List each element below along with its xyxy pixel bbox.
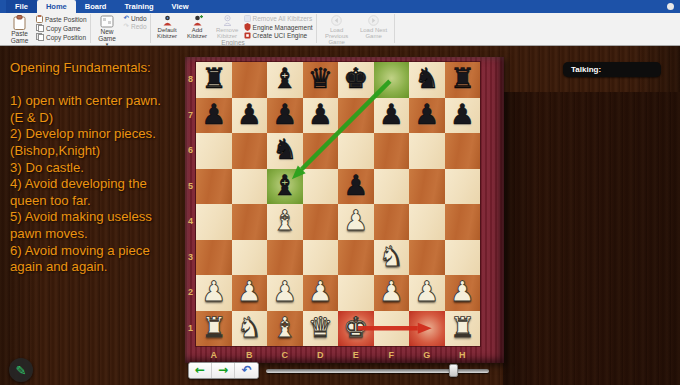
square-b3[interactable] — [232, 240, 268, 276]
square-h6[interactable] — [445, 133, 481, 169]
square-g5[interactable] — [409, 169, 445, 205]
copy-position-icon — [36, 33, 44, 41]
chess-training-app: File Home Board Training View Paste Game — [0, 0, 680, 385]
add-kibitzer-icon — [192, 15, 203, 26]
square-h8[interactable]: ♜ — [445, 62, 481, 98]
chess-board-frame: ♜♝♛♚♞♜♟♟♟♟♟♟♟♞♝♟♝♟♞♟♟♟♟♟♟♟♜♞♝♛♚♜ 8765432… — [185, 57, 504, 363]
square-e3[interactable] — [338, 240, 374, 276]
file-label-a: A — [196, 348, 232, 362]
square-f7[interactable]: ♟ — [374, 98, 410, 134]
black-queen: ♛ — [303, 62, 339, 98]
square-b4[interactable] — [232, 204, 268, 240]
rank-label-7: 7 — [185, 98, 196, 134]
tab-view[interactable]: View — [163, 0, 198, 13]
square-a2[interactable]: ♟ — [196, 275, 232, 311]
white-pawn: ♟ — [267, 275, 303, 311]
ribbon-body: Paste Game Paste Position Copy Game — [0, 13, 680, 45]
black-bishop: ♝ — [267, 169, 303, 205]
rank-label-2: 2 — [185, 275, 196, 311]
square-f1[interactable] — [374, 311, 410, 347]
copy-game-button[interactable]: Copy Game — [36, 24, 87, 32]
square-d3[interactable] — [303, 240, 339, 276]
white-pawn: ♟ — [445, 275, 481, 311]
square-f4[interactable] — [374, 204, 410, 240]
create-uci-engine-icon — [244, 32, 251, 39]
white-knight: ♞ — [232, 311, 268, 347]
square-a8[interactable]: ♜ — [196, 62, 232, 98]
square-c4[interactable]: ♝ — [267, 204, 303, 240]
square-g2[interactable]: ♟ — [409, 275, 445, 311]
square-e4[interactable]: ♟ — [338, 204, 374, 240]
black-pawn: ♟ — [196, 98, 232, 134]
square-a7[interactable]: ♟ — [196, 98, 232, 134]
rank-label-8: 8 — [185, 62, 196, 98]
square-b8[interactable] — [232, 62, 268, 98]
square-e6[interactable] — [338, 133, 374, 169]
square-h1[interactable]: ♜ — [445, 311, 481, 347]
square-h5[interactable] — [445, 169, 481, 205]
remove-all-kibitzers-button[interactable]: Remove All Kibitzers — [244, 15, 313, 22]
square-a5[interactable] — [196, 169, 232, 205]
square-f3[interactable]: ♞ — [374, 240, 410, 276]
square-h7[interactable]: ♟ — [445, 98, 481, 134]
right-wood-panel — [503, 92, 680, 385]
redo-icon: ↷ — [124, 23, 129, 30]
square-f8[interactable] — [374, 62, 410, 98]
kibitzer-icon — [162, 15, 173, 26]
default-kibitzer-button[interactable]: Default Kibitzer — [154, 14, 181, 39]
engine-management-icon — [244, 23, 251, 31]
black-pawn: ♟ — [445, 98, 481, 134]
white-king: ♚ — [338, 311, 374, 347]
edit-pencil-button[interactable]: ✎ — [9, 358, 33, 382]
square-a1[interactable]: ♜ — [196, 311, 232, 347]
square-g6[interactable] — [409, 133, 445, 169]
square-d5[interactable] — [303, 169, 339, 205]
rank-label-5: 5 — [185, 169, 196, 205]
file-label-b: B — [232, 348, 268, 362]
square-b6[interactable] — [232, 133, 268, 169]
square-g1[interactable] — [409, 311, 445, 347]
undo-icon: ↶ — [124, 15, 129, 22]
square-e1[interactable]: ♚ — [338, 311, 374, 347]
paste-position-button[interactable]: Paste Position — [36, 15, 87, 23]
square-b1[interactable]: ♞ — [232, 311, 268, 347]
rank-label-3: 3 — [185, 240, 196, 276]
black-rook: ♜ — [445, 62, 481, 98]
black-king: ♚ — [338, 62, 374, 98]
tab-file[interactable]: File — [6, 0, 37, 13]
forward-move-button[interactable]: → — [212, 363, 235, 378]
file-label-g: G — [409, 348, 445, 362]
square-d2[interactable]: ♟ — [303, 275, 339, 311]
file-label-h: H — [445, 348, 481, 362]
square-e8[interactable]: ♚ — [338, 62, 374, 98]
square-c5[interactable]: ♝ — [267, 169, 303, 205]
white-pawn: ♟ — [338, 204, 374, 240]
black-pawn: ♟ — [303, 98, 339, 134]
black-knight: ♞ — [267, 133, 303, 169]
square-g7[interactable]: ♟ — [409, 98, 445, 134]
square-g3[interactable] — [409, 240, 445, 276]
square-h2[interactable]: ♟ — [445, 275, 481, 311]
square-h4[interactable] — [445, 204, 481, 240]
square-d6[interactable] — [303, 133, 339, 169]
move-nav-group: ← → ↶ — [188, 362, 259, 379]
square-d1[interactable]: ♛ — [303, 311, 339, 347]
remove-kibitzer-button[interactable]: Remove Kibitzer — [214, 14, 241, 39]
group-game: New Game ▾ ↶ Undo ↷ Redo game — [91, 13, 150, 45]
rank-label-6: 6 — [185, 133, 196, 169]
white-pawn: ♟ — [374, 275, 410, 311]
white-pawn: ♟ — [232, 275, 268, 311]
tab-home[interactable]: Home — [37, 0, 76, 13]
load-next-game-button[interactable]: Load Next Game — [357, 14, 391, 39]
paste-position-icon — [36, 15, 43, 23]
group-engines: Default Kibitzer Add Kibitzer Remove Kib… — [151, 13, 316, 45]
ribbon-options-icon[interactable] — [667, 3, 674, 10]
create-uci-engine-button[interactable]: Create UCI Engine — [244, 32, 313, 39]
file-label-d: D — [303, 348, 339, 362]
rank-label-1: 1 — [185, 311, 196, 347]
black-pawn: ♟ — [232, 98, 268, 134]
redo-button[interactable]: ↷ Redo — [124, 23, 147, 30]
file-label-e: E — [338, 348, 374, 362]
load-previous-game-button[interactable]: Load Previous Game — [320, 14, 354, 45]
paste-game-button[interactable]: Paste Game — [6, 14, 33, 44]
white-queen: ♛ — [303, 311, 339, 347]
square-d7[interactable]: ♟ — [303, 98, 339, 134]
opening-fundamentals-text: Opening Fundamentals: 1) open with cente… — [10, 60, 186, 276]
square-d4[interactable] — [303, 204, 339, 240]
clipboard-icon — [13, 15, 26, 30]
new-game-button[interactable]: New Game ▾ — [94, 14, 121, 46]
white-rook: ♜ — [196, 311, 232, 347]
copy-game-icon — [36, 24, 44, 32]
pencil-icon: ✎ — [16, 363, 27, 378]
white-rook: ♜ — [445, 311, 481, 347]
next-arrow-icon — [368, 15, 379, 26]
white-knight: ♞ — [374, 240, 410, 276]
tab-board[interactable]: Board — [76, 0, 116, 13]
black-pawn: ♟ — [409, 98, 445, 134]
square-g8[interactable]: ♞ — [409, 62, 445, 98]
square-c2[interactable]: ♟ — [267, 275, 303, 311]
engine-management-button[interactable]: Engine Management — [244, 23, 313, 31]
square-f6[interactable] — [374, 133, 410, 169]
square-c3[interactable] — [267, 240, 303, 276]
square-g4[interactable] — [409, 204, 445, 240]
previous-arrow-icon — [331, 15, 342, 26]
square-e5[interactable]: ♟ — [338, 169, 374, 205]
black-rook: ♜ — [196, 62, 232, 98]
square-a3[interactable] — [196, 240, 232, 276]
square-e7[interactable] — [338, 98, 374, 134]
square-b2[interactable]: ♟ — [232, 275, 268, 311]
white-pawn: ♟ — [196, 275, 232, 311]
rank-label-4: 4 — [185, 204, 196, 240]
square-b5[interactable] — [232, 169, 268, 205]
ribbon-tabbar: File Home Board Training View — [0, 0, 680, 13]
file-label-c: C — [267, 348, 303, 362]
remove-all-kibitzers-icon — [244, 15, 251, 22]
black-pawn: ♟ — [338, 169, 374, 205]
talking-badge: Talking: — [563, 62, 661, 77]
undo-button[interactable]: ↶ Undo — [124, 15, 147, 22]
black-knight: ♞ — [409, 62, 445, 98]
ribbon: File Home Board Training View Paste Game — [0, 0, 680, 46]
square-h3[interactable] — [445, 240, 481, 276]
square-c8[interactable]: ♝ — [267, 62, 303, 98]
remove-kibitzer-icon — [222, 15, 233, 26]
black-bishop: ♝ — [267, 62, 303, 98]
square-a6[interactable] — [196, 133, 232, 169]
square-a4[interactable] — [196, 204, 232, 240]
square-d8[interactable]: ♛ — [303, 62, 339, 98]
square-c1[interactable]: ♝ — [267, 311, 303, 347]
square-c6[interactable]: ♞ — [267, 133, 303, 169]
square-f5[interactable] — [374, 169, 410, 205]
black-pawn: ♟ — [267, 98, 303, 134]
chess-board[interactable]: ♜♝♛♚♞♜♟♟♟♟♟♟♟♞♝♟♝♟♞♟♟♟♟♟♟♟♜♞♝♛♚♜ — [196, 62, 480, 346]
group-clipboard: Paste Game Paste Position Copy Game — [3, 13, 90, 45]
square-b7[interactable]: ♟ — [232, 98, 268, 134]
tab-training[interactable]: Training — [115, 0, 162, 13]
copy-position-button[interactable]: Copy Position — [36, 33, 87, 41]
back-move-button[interactable]: ← — [189, 363, 212, 378]
takeback-button[interactable]: ↶ — [235, 363, 258, 378]
black-pawn: ♟ — [374, 98, 410, 134]
new-game-icon — [100, 15, 114, 28]
square-f2[interactable]: ♟ — [374, 275, 410, 311]
white-pawn: ♟ — [303, 275, 339, 311]
group-database: Load Previous Game Load Next Game Databa… — [317, 13, 394, 45]
square-e2[interactable] — [338, 275, 374, 311]
game-position-slider-handle[interactable] — [449, 364, 458, 377]
square-c7[interactable]: ♟ — [267, 98, 303, 134]
file-label-f: F — [374, 348, 410, 362]
add-kibitzer-button[interactable]: Add Kibitzer — [184, 14, 211, 39]
white-bishop: ♝ — [267, 311, 303, 347]
white-bishop: ♝ — [267, 204, 303, 240]
white-pawn: ♟ — [409, 275, 445, 311]
